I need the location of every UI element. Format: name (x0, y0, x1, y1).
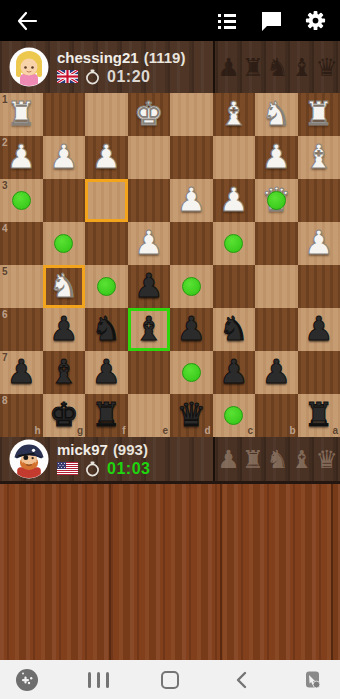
piece-wN-g5: ♞ (49, 269, 79, 302)
square-b8[interactable]: b (255, 394, 298, 437)
us-flag-icon (57, 462, 78, 475)
square-c5[interactable] (213, 265, 256, 308)
player-clock-icon (85, 461, 100, 477)
rank-label: 5 (2, 267, 8, 277)
captured-ghost-knight: ♞ (266, 447, 288, 472)
captured-ghost-queen: ♛ (315, 55, 337, 80)
square-h2[interactable]: 2♟ (0, 136, 43, 179)
wood-background (0, 484, 340, 660)
square-f1[interactable] (85, 93, 128, 136)
app-bar (0, 0, 340, 41)
opponent-player-bar: chessing21(1119) (0, 41, 340, 93)
square-a1[interactable]: ♜ (298, 93, 340, 136)
square-e3[interactable] (128, 179, 171, 222)
square-b2[interactable]: ♟ (255, 136, 298, 179)
square-d3[interactable]: ♟ (170, 179, 213, 222)
square-b3[interactable]: ♛ (255, 179, 298, 222)
legal-move-dot[interactable] (182, 363, 201, 382)
square-b7[interactable]: ♟ (255, 351, 298, 394)
file-label: f (122, 426, 125, 436)
captured-ghost-bishop: ♝ (291, 55, 313, 80)
chess-app-screen: chessing21(1119) (0, 0, 340, 699)
square-d5[interactable] (170, 265, 213, 308)
captured-ghost-bishop: ♝ (291, 447, 313, 472)
piece-wP-a4: ♟ (304, 226, 334, 259)
rank-label: 3 (2, 181, 8, 191)
legal-move-dot[interactable] (54, 234, 73, 253)
square-c1[interactable]: ♝ (213, 93, 256, 136)
rank-label: 8 (2, 396, 8, 406)
square-a5[interactable] (298, 265, 340, 308)
square-h4[interactable]: 4 (0, 222, 43, 265)
captured-ghost-pawn: ♟ (217, 55, 239, 80)
square-g1[interactable] (43, 93, 86, 136)
legal-move-dot[interactable] (224, 406, 243, 425)
captured-ghost-rook: ♜ (242, 55, 264, 80)
android-nav-bar (0, 660, 340, 699)
piece-bP-b7: ♟ (261, 355, 291, 388)
player-time: 01:03 (107, 460, 150, 478)
file-label: e (162, 426, 168, 436)
file-label: b (289, 426, 295, 436)
piece-wP-b2: ♟ (261, 140, 291, 173)
square-c8[interactable]: c (213, 394, 256, 437)
square-e8[interactable]: e (128, 394, 171, 437)
square-f8[interactable]: f♜ (85, 394, 128, 437)
piece-wP-g2: ♟ (49, 140, 79, 173)
piece-bP-h7: ♟ (6, 355, 36, 388)
player-captured-tray: ♟♜♞♝♛ (213, 437, 340, 481)
square-h1[interactable]: 1♜ (0, 93, 43, 136)
piece-bP-g6: ♟ (49, 312, 79, 345)
file-label: g (77, 426, 83, 436)
opponent-captured-tray: ♟♜♞♝♛ (213, 41, 340, 93)
square-f5[interactable] (85, 265, 128, 308)
square-a6[interactable]: ♟ (298, 308, 340, 351)
square-e1[interactable]: ♚ (128, 93, 171, 136)
rank-label: 4 (2, 224, 8, 234)
back-arrow-icon[interactable] (12, 6, 42, 36)
player-bar: mick97(993) (0, 437, 340, 484)
piece-wP-d3: ♟ (176, 183, 206, 216)
square-a3[interactable] (298, 179, 340, 222)
piece-bR-f8: ♜ (91, 398, 121, 431)
file-label: h (34, 426, 40, 436)
rank-label: 2 (2, 138, 8, 148)
back-icon[interactable] (227, 665, 257, 695)
player-rating: (993) (113, 441, 148, 458)
piece-bP-d6: ♟ (176, 312, 206, 345)
square-e4[interactable]: ♟ (128, 222, 171, 265)
piece-wK-e1: ♚ (134, 97, 164, 130)
piece-wB-c1: ♝ (219, 97, 249, 130)
opponent-clock-icon (85, 69, 100, 85)
piece-bB-e6: ♝ (134, 312, 164, 345)
square-h6[interactable]: 6 (0, 308, 43, 351)
square-f6[interactable]: ♞ (85, 308, 128, 351)
touch-control-icon[interactable] (298, 665, 328, 695)
square-c7[interactable]: ♟ (213, 351, 256, 394)
square-a2[interactable]: ♝ (298, 136, 340, 179)
square-c3[interactable]: ♟ (213, 179, 256, 222)
piece-bP-f7: ♟ (91, 355, 121, 388)
square-h8[interactable]: 8h (0, 394, 43, 437)
captured-ghost-rook: ♜ (242, 447, 264, 472)
square-e5[interactable]: ♟ (128, 265, 171, 308)
piece-wP-h2: ♟ (6, 140, 36, 173)
square-d7[interactable] (170, 351, 213, 394)
piece-wB-a2: ♝ (304, 140, 334, 173)
legal-move-dot[interactable] (182, 277, 201, 296)
square-e6[interactable]: ♝ (128, 308, 171, 351)
square-h3[interactable]: 3 (0, 179, 43, 222)
player-name: mick97 (57, 441, 108, 458)
legal-move-dot[interactable] (97, 277, 116, 296)
rank-label: 6 (2, 310, 8, 320)
uk-flag-icon (57, 70, 78, 83)
piece-bQ-d8: ♛ (176, 398, 206, 431)
piece-bP-c7: ♟ (219, 355, 249, 388)
square-f2[interactable]: ♟ (85, 136, 128, 179)
piece-wN-b1: ♞ (261, 97, 291, 130)
file-label: a (332, 426, 338, 436)
square-f4[interactable] (85, 222, 128, 265)
square-b6[interactable] (255, 308, 298, 351)
square-g5[interactable]: ♞ (43, 265, 86, 308)
square-g6[interactable]: ♟ (43, 308, 86, 351)
square-a4[interactable]: ♟ (298, 222, 340, 265)
captured-ghost-pawn: ♟ (217, 447, 239, 472)
piece-bP-a6: ♟ (304, 312, 334, 345)
square-h7[interactable]: 7♟ (0, 351, 43, 394)
square-d4[interactable] (170, 222, 213, 265)
recents-icon[interactable] (84, 665, 114, 695)
legal-move-dot[interactable] (267, 191, 286, 210)
piece-wP-f2: ♟ (91, 140, 121, 173)
square-f7[interactable]: ♟ (85, 351, 128, 394)
file-label: d (204, 426, 210, 436)
player-avatar[interactable] (9, 439, 49, 479)
captured-ghost-knight: ♞ (266, 55, 288, 80)
square-d8[interactable]: d♛ (170, 394, 213, 437)
file-label: c (247, 426, 253, 436)
piece-bN-f6: ♞ (91, 312, 121, 345)
opponent-time: 01:20 (107, 68, 150, 86)
piece-bK-g8: ♚ (49, 398, 79, 431)
piece-wR-a1: ♜ (304, 97, 334, 130)
square-g4[interactable] (43, 222, 86, 265)
game-launcher-icon[interactable] (12, 665, 42, 695)
piece-bB-g7: ♝ (49, 355, 79, 388)
chess-board: 1♜♚♝♞♜2♟♟♟♟♝3♟♟♛4♟♟5♞♟6♟♞♝♟♞♟7♟♝♟♟♟8hg♚f… (0, 93, 340, 437)
square-g3[interactable] (43, 179, 86, 222)
piece-bN-c6: ♞ (219, 312, 249, 345)
square-d6[interactable]: ♟ (170, 308, 213, 351)
square-g8[interactable]: g♚ (43, 394, 86, 437)
square-b1[interactable]: ♞ (255, 93, 298, 136)
square-e2[interactable] (128, 136, 171, 179)
captured-ghost-queen: ♛ (315, 447, 337, 472)
square-h5[interactable]: 5 (0, 265, 43, 308)
opponent-name: chessing21 (57, 49, 139, 66)
player-name-row: mick97(993) (57, 441, 150, 458)
square-c2[interactable] (213, 136, 256, 179)
square-d1[interactable] (170, 93, 213, 136)
rank-label: 1 (2, 95, 8, 105)
square-e7[interactable] (128, 351, 171, 394)
square-b4[interactable] (255, 222, 298, 265)
opponent-rating: (1119) (144, 49, 186, 66)
legal-move-dot[interactable] (224, 234, 243, 253)
rank-label: 7 (2, 353, 8, 363)
piece-wP-e4: ♟ (134, 226, 164, 259)
legal-move-dot[interactable] (12, 191, 31, 210)
square-g2[interactable]: ♟ (43, 136, 86, 179)
piece-wP-c3: ♟ (219, 183, 249, 216)
square-g7[interactable]: ♝ (43, 351, 86, 394)
chat-icon[interactable] (256, 6, 286, 36)
square-a7[interactable] (298, 351, 340, 394)
move-list-icon[interactable] (212, 6, 242, 36)
square-a8[interactable]: a♜ (298, 394, 340, 437)
piece-bP-e5: ♟ (134, 269, 164, 302)
square-d2[interactable] (170, 136, 213, 179)
opponent-name-row: chessing21(1119) (57, 49, 185, 66)
square-f3[interactable] (85, 179, 128, 222)
home-icon[interactable] (155, 665, 185, 695)
square-c6[interactable]: ♞ (213, 308, 256, 351)
square-c4[interactable] (213, 222, 256, 265)
piece-bR-a8: ♜ (304, 398, 334, 431)
settings-gear-icon[interactable] (300, 6, 330, 36)
opponent-avatar[interactable] (9, 47, 49, 87)
piece-wR-h1: ♜ (6, 97, 36, 130)
square-b5[interactable] (255, 265, 298, 308)
